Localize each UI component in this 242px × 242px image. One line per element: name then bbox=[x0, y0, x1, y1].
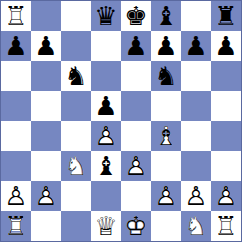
white-pawn[interactable]: ♟♙ bbox=[181, 181, 211, 211]
square-a6[interactable] bbox=[1, 61, 31, 91]
white-rook[interactable]: ♜♖ bbox=[1, 211, 31, 241]
white-pawn-outline: ♙ bbox=[151, 181, 181, 211]
square-d5[interactable]: ♟ bbox=[91, 91, 121, 121]
square-h6[interactable] bbox=[211, 61, 241, 91]
square-d6[interactable] bbox=[91, 61, 121, 91]
square-f8[interactable]: ♝ bbox=[151, 1, 181, 31]
black-pawn[interactable]: ♟ bbox=[121, 31, 151, 61]
square-g8[interactable] bbox=[181, 1, 211, 31]
white-rook-outline: ♖ bbox=[211, 211, 241, 241]
square-a7[interactable]: ♟ bbox=[1, 31, 31, 61]
white-rook[interactable]: ♜♖ bbox=[1, 1, 31, 31]
white-pawn[interactable]: ♟♙ bbox=[121, 151, 151, 181]
black-pawn-glyph: ♟ bbox=[211, 31, 241, 61]
square-d2[interactable] bbox=[91, 181, 121, 211]
black-knight[interactable]: ♞ bbox=[151, 61, 181, 91]
white-bishop[interactable]: ♝♗ bbox=[151, 121, 181, 151]
black-queen[interactable]: ♛ bbox=[91, 1, 121, 31]
square-f4[interactable]: ♝♗ bbox=[151, 121, 181, 151]
white-knight[interactable]: ♞♘ bbox=[181, 211, 211, 241]
black-pawn[interactable]: ♟ bbox=[91, 91, 121, 121]
black-king-glyph: ♚ bbox=[121, 1, 151, 31]
black-pawn-glyph: ♟ bbox=[181, 31, 211, 61]
white-pawn-outline: ♙ bbox=[121, 151, 151, 181]
square-c3[interactable]: ♞♘ bbox=[61, 151, 91, 181]
square-d1[interactable]: ♛♕ bbox=[91, 211, 121, 241]
black-pawn[interactable]: ♟ bbox=[151, 31, 181, 61]
black-pawn-glyph: ♟ bbox=[1, 31, 31, 61]
black-bishop-glyph: ♝ bbox=[151, 1, 181, 31]
black-rook-glyph: ♜ bbox=[211, 1, 241, 31]
square-a4[interactable] bbox=[1, 121, 31, 151]
square-d3[interactable]: ♝ bbox=[91, 151, 121, 181]
black-king[interactable]: ♚ bbox=[121, 1, 151, 31]
white-pawn[interactable]: ♟♙ bbox=[91, 121, 121, 151]
square-g2[interactable]: ♟♙ bbox=[181, 181, 211, 211]
white-pawn-outline: ♙ bbox=[211, 181, 241, 211]
black-rook[interactable]: ♜ bbox=[211, 1, 241, 31]
square-b4[interactable] bbox=[31, 121, 61, 151]
square-a2[interactable]: ♟♙ bbox=[1, 181, 31, 211]
square-g7[interactable]: ♟ bbox=[181, 31, 211, 61]
square-b2[interactable]: ♟♙ bbox=[31, 181, 61, 211]
square-a1[interactable]: ♜♖ bbox=[1, 211, 31, 241]
black-pawn-glyph: ♟ bbox=[151, 31, 181, 61]
square-h3[interactable] bbox=[211, 151, 241, 181]
square-c1[interactable] bbox=[61, 211, 91, 241]
square-e3[interactable]: ♟♙ bbox=[121, 151, 151, 181]
square-c2[interactable] bbox=[61, 181, 91, 211]
square-g5[interactable] bbox=[181, 91, 211, 121]
black-pawn-glyph: ♟ bbox=[121, 31, 151, 61]
black-bishop[interactable]: ♝ bbox=[91, 151, 121, 181]
square-h5[interactable] bbox=[211, 91, 241, 121]
square-h4[interactable] bbox=[211, 121, 241, 151]
chess-board: ♜♖♛♚♝♜♟♟♟♟♟♟♞♞♟♟♙♝♗♞♘♝♟♙♟♙♟♙♟♙♟♙♟♙♜♖♛♕♚♔… bbox=[0, 0, 242, 242]
white-pawn-outline: ♙ bbox=[1, 181, 31, 211]
square-g3[interactable] bbox=[181, 151, 211, 181]
square-f1[interactable] bbox=[151, 211, 181, 241]
black-pawn[interactable]: ♟ bbox=[211, 31, 241, 61]
white-pawn[interactable]: ♟♙ bbox=[1, 181, 31, 211]
black-knight-glyph: ♞ bbox=[61, 61, 91, 91]
square-c7[interactable] bbox=[61, 31, 91, 61]
square-e4[interactable] bbox=[121, 121, 151, 151]
square-c6[interactable]: ♞ bbox=[61, 61, 91, 91]
black-bishop[interactable]: ♝ bbox=[151, 1, 181, 31]
square-f3[interactable] bbox=[151, 151, 181, 181]
black-knight[interactable]: ♞ bbox=[61, 61, 91, 91]
square-h7[interactable]: ♟ bbox=[211, 31, 241, 61]
white-rook-outline: ♖ bbox=[1, 211, 31, 241]
white-queen-outline: ♕ bbox=[91, 211, 121, 241]
white-rook-outline: ♖ bbox=[1, 1, 31, 31]
square-b6[interactable] bbox=[31, 61, 61, 91]
square-a3[interactable] bbox=[1, 151, 31, 181]
square-b7[interactable]: ♟ bbox=[31, 31, 61, 61]
square-e7[interactable]: ♟ bbox=[121, 31, 151, 61]
square-f7[interactable]: ♟ bbox=[151, 31, 181, 61]
white-rook[interactable]: ♜♖ bbox=[211, 211, 241, 241]
square-b8[interactable] bbox=[31, 1, 61, 31]
white-queen[interactable]: ♛♕ bbox=[91, 211, 121, 241]
black-knight-glyph: ♞ bbox=[151, 61, 181, 91]
black-pawn[interactable]: ♟ bbox=[31, 31, 61, 61]
square-c4[interactable] bbox=[61, 121, 91, 151]
black-pawn[interactable]: ♟ bbox=[181, 31, 211, 61]
square-f5[interactable] bbox=[151, 91, 181, 121]
square-f6[interactable]: ♞ bbox=[151, 61, 181, 91]
square-b1[interactable] bbox=[31, 211, 61, 241]
white-pawn[interactable]: ♟♙ bbox=[31, 181, 61, 211]
square-e1[interactable]: ♚♔ bbox=[121, 211, 151, 241]
white-knight-outline: ♘ bbox=[181, 211, 211, 241]
square-g1[interactable]: ♞♘ bbox=[181, 211, 211, 241]
square-f2[interactable]: ♟♙ bbox=[151, 181, 181, 211]
black-queen-glyph: ♛ bbox=[91, 1, 121, 31]
white-pawn[interactable]: ♟♙ bbox=[151, 181, 181, 211]
white-king[interactable]: ♚♔ bbox=[121, 211, 151, 241]
square-g6[interactable] bbox=[181, 61, 211, 91]
square-d8[interactable]: ♛ bbox=[91, 1, 121, 31]
square-h8[interactable]: ♜ bbox=[211, 1, 241, 31]
white-pawn-outline: ♙ bbox=[31, 181, 61, 211]
square-h2[interactable]: ♟♙ bbox=[211, 181, 241, 211]
square-e5[interactable] bbox=[121, 91, 151, 121]
square-e8[interactable]: ♚ bbox=[121, 1, 151, 31]
white-bishop-outline: ♗ bbox=[151, 121, 181, 151]
square-e6[interactable] bbox=[121, 61, 151, 91]
white-pawn-outline: ♙ bbox=[91, 121, 121, 151]
square-g4[interactable] bbox=[181, 121, 211, 151]
square-a8[interactable]: ♜♖ bbox=[1, 1, 31, 31]
white-knight-outline: ♘ bbox=[61, 151, 91, 181]
white-knight[interactable]: ♞♘ bbox=[61, 151, 91, 181]
white-pawn-outline: ♙ bbox=[181, 181, 211, 211]
white-king-outline: ♔ bbox=[121, 211, 151, 241]
square-d7[interactable] bbox=[91, 31, 121, 61]
white-pawn[interactable]: ♟♙ bbox=[211, 181, 241, 211]
square-c8[interactable] bbox=[61, 1, 91, 31]
square-a5[interactable] bbox=[1, 91, 31, 121]
square-b3[interactable] bbox=[31, 151, 61, 181]
square-c5[interactable] bbox=[61, 91, 91, 121]
black-pawn-glyph: ♟ bbox=[91, 91, 121, 121]
black-pawn-glyph: ♟ bbox=[31, 31, 61, 61]
square-d4[interactable]: ♟♙ bbox=[91, 121, 121, 151]
black-bishop-glyph: ♝ bbox=[91, 151, 121, 181]
square-h1[interactable]: ♜♖ bbox=[211, 211, 241, 241]
square-b5[interactable] bbox=[31, 91, 61, 121]
square-e2[interactable] bbox=[121, 181, 151, 211]
black-pawn[interactable]: ♟ bbox=[1, 31, 31, 61]
